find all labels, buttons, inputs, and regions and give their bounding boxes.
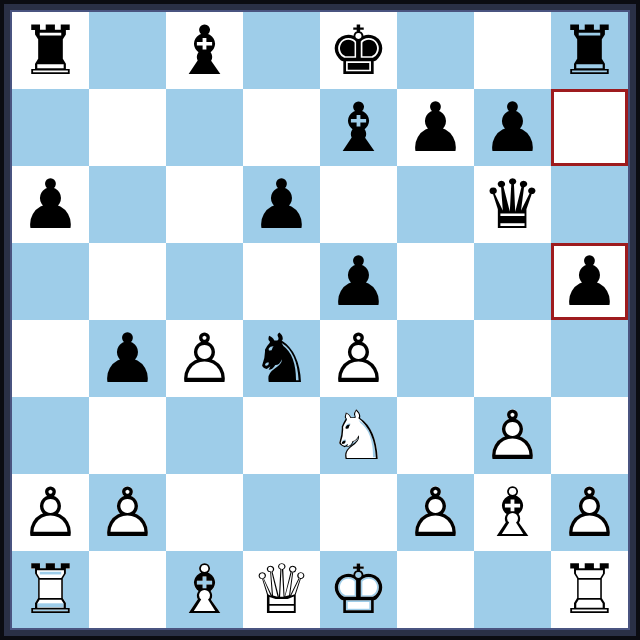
square-d3[interactable] [243, 397, 320, 474]
square-g3[interactable]: ♟♙ [474, 397, 551, 474]
square-h5[interactable]: ♟ [551, 243, 628, 320]
square-c5[interactable] [166, 243, 243, 320]
square-f3[interactable] [397, 397, 474, 474]
chess-app-window: ♜♝♚♜♝♟♟♟♟♛♟♟♟♟♙♞♟♙♞♘♟♙♟♙♟♙♟♙♝♗♟♙♜♖♝♗♛♕♚♔… [0, 0, 640, 640]
black-king[interactable]: ♚ [320, 12, 397, 89]
square-a1[interactable]: ♜♖ [12, 551, 89, 628]
white-pawn-glyph: ♙ [397, 474, 474, 551]
square-h1[interactable]: ♜♖ [551, 551, 628, 628]
white-king-glyph: ♔ [320, 551, 397, 628]
black-king-glyph: ♚ [320, 12, 397, 89]
white-bishop-glyph: ♗ [166, 551, 243, 628]
black-rook-glyph: ♜ [551, 12, 628, 89]
square-f8[interactable] [397, 12, 474, 89]
white-pawn[interactable]: ♟♙ [551, 474, 628, 551]
black-pawn[interactable]: ♟ [551, 243, 628, 320]
black-bishop[interactable]: ♝ [166, 12, 243, 89]
square-f4[interactable] [397, 320, 474, 397]
white-pawn[interactable]: ♟♙ [320, 320, 397, 397]
square-d5[interactable] [243, 243, 320, 320]
square-e1[interactable]: ♚♔ [320, 551, 397, 628]
black-pawn[interactable]: ♟ [12, 166, 89, 243]
square-e2[interactable] [320, 474, 397, 551]
square-a7[interactable] [12, 89, 89, 166]
square-e6[interactable] [320, 166, 397, 243]
square-h8[interactable]: ♜ [551, 12, 628, 89]
white-pawn-glyph: ♙ [551, 474, 628, 551]
black-bishop-glyph: ♝ [166, 12, 243, 89]
square-d1[interactable]: ♛♕ [243, 551, 320, 628]
square-c3[interactable] [166, 397, 243, 474]
square-g1[interactable] [474, 551, 551, 628]
square-a6[interactable]: ♟ [12, 166, 89, 243]
square-g2[interactable]: ♝♗ [474, 474, 551, 551]
square-g6[interactable]: ♛ [474, 166, 551, 243]
black-pawn-glyph: ♟ [474, 89, 551, 166]
black-pawn[interactable]: ♟ [243, 166, 320, 243]
white-pawn[interactable]: ♟♙ [89, 474, 166, 551]
black-pawn[interactable]: ♟ [89, 320, 166, 397]
square-a4[interactable] [12, 320, 89, 397]
square-b8[interactable] [89, 12, 166, 89]
white-knight[interactable]: ♞♘ [320, 397, 397, 474]
square-a2[interactable]: ♟♙ [12, 474, 89, 551]
white-rook-glyph: ♖ [551, 551, 628, 628]
board-frame: ♜♝♚♜♝♟♟♟♟♛♟♟♟♟♙♞♟♙♞♘♟♙♟♙♟♙♟♙♝♗♟♙♜♖♝♗♛♕♚♔… [4, 4, 636, 636]
black-pawn[interactable]: ♟ [474, 89, 551, 166]
square-b3[interactable] [89, 397, 166, 474]
black-queen-glyph: ♛ [474, 166, 551, 243]
square-b1[interactable] [89, 551, 166, 628]
square-d7[interactable] [243, 89, 320, 166]
white-pawn[interactable]: ♟♙ [397, 474, 474, 551]
white-bishop[interactable]: ♝♗ [474, 474, 551, 551]
board-inner-rim: ♜♝♚♜♝♟♟♟♟♛♟♟♟♟♙♞♟♙♞♘♟♙♟♙♟♙♟♙♝♗♟♙♜♖♝♗♛♕♚♔… [10, 10, 630, 630]
black-pawn[interactable]: ♟ [397, 89, 474, 166]
square-g8[interactable] [474, 12, 551, 89]
square-f6[interactable] [397, 166, 474, 243]
square-e8[interactable]: ♚ [320, 12, 397, 89]
square-b6[interactable] [89, 166, 166, 243]
square-b2[interactable]: ♟♙ [89, 474, 166, 551]
white-pawn[interactable]: ♟♙ [166, 320, 243, 397]
black-knight[interactable]: ♞ [243, 320, 320, 397]
white-pawn-glyph: ♙ [320, 320, 397, 397]
white-pawn[interactable]: ♟♙ [474, 397, 551, 474]
white-bishop-glyph: ♗ [474, 474, 551, 551]
square-g4[interactable] [474, 320, 551, 397]
square-f1[interactable] [397, 551, 474, 628]
square-h4[interactable] [551, 320, 628, 397]
square-e7[interactable]: ♝ [320, 89, 397, 166]
black-rook[interactable]: ♜ [12, 12, 89, 89]
square-h3[interactable] [551, 397, 628, 474]
black-knight-glyph: ♞ [243, 320, 320, 397]
square-e5[interactable]: ♟ [320, 243, 397, 320]
white-rook[interactable]: ♜♖ [12, 551, 89, 628]
square-h2[interactable]: ♟♙ [551, 474, 628, 551]
square-c2[interactable] [166, 474, 243, 551]
square-e4[interactable]: ♟♙ [320, 320, 397, 397]
black-queen[interactable]: ♛ [474, 166, 551, 243]
black-rook[interactable]: ♜ [551, 12, 628, 89]
square-c8[interactable]: ♝ [166, 12, 243, 89]
black-pawn[interactable]: ♟ [320, 243, 397, 320]
square-a8[interactable]: ♜ [12, 12, 89, 89]
black-pawn-glyph: ♟ [397, 89, 474, 166]
square-h7[interactable] [551, 89, 628, 166]
square-c1[interactable]: ♝♗ [166, 551, 243, 628]
square-c6[interactable] [166, 166, 243, 243]
square-f7[interactable]: ♟ [397, 89, 474, 166]
black-pawn-glyph: ♟ [320, 243, 397, 320]
square-d6[interactable]: ♟ [243, 166, 320, 243]
square-b5[interactable] [89, 243, 166, 320]
square-g7[interactable]: ♟ [474, 89, 551, 166]
square-b7[interactable] [89, 89, 166, 166]
white-pawn-glyph: ♙ [474, 397, 551, 474]
black-rook-glyph: ♜ [12, 12, 89, 89]
square-h6[interactable] [551, 166, 628, 243]
white-rook[interactable]: ♜♖ [551, 551, 628, 628]
chess-board: ♜♝♚♜♝♟♟♟♟♛♟♟♟♟♙♞♟♙♞♘♟♙♟♙♟♙♟♙♝♗♟♙♜♖♝♗♛♕♚♔… [12, 12, 628, 628]
square-d2[interactable] [243, 474, 320, 551]
black-pawn-glyph: ♟ [243, 166, 320, 243]
black-pawn-glyph: ♟ [89, 320, 166, 397]
square-c4[interactable]: ♟♙ [166, 320, 243, 397]
white-pawn-glyph: ♙ [166, 320, 243, 397]
white-pawn-glyph: ♙ [89, 474, 166, 551]
square-g5[interactable] [474, 243, 551, 320]
square-f2[interactable]: ♟♙ [397, 474, 474, 551]
square-f5[interactable] [397, 243, 474, 320]
white-rook-glyph: ♖ [12, 551, 89, 628]
square-a3[interactable] [12, 397, 89, 474]
white-queen[interactable]: ♛♕ [243, 551, 320, 628]
square-d4[interactable]: ♞ [243, 320, 320, 397]
white-king[interactable]: ♚♔ [320, 551, 397, 628]
square-e3[interactable]: ♞♘ [320, 397, 397, 474]
square-b4[interactable]: ♟ [89, 320, 166, 397]
square-c7[interactable] [166, 89, 243, 166]
white-bishop[interactable]: ♝♗ [166, 551, 243, 628]
black-bishop[interactable]: ♝ [320, 89, 397, 166]
white-pawn[interactable]: ♟♙ [12, 474, 89, 551]
black-pawn-glyph: ♟ [12, 166, 89, 243]
black-pawn-glyph: ♟ [551, 243, 628, 320]
white-queen-glyph: ♕ [243, 551, 320, 628]
black-bishop-glyph: ♝ [320, 89, 397, 166]
white-pawn-glyph: ♙ [12, 474, 89, 551]
white-knight-glyph: ♘ [320, 397, 397, 474]
square-a5[interactable] [12, 243, 89, 320]
square-d8[interactable] [243, 12, 320, 89]
